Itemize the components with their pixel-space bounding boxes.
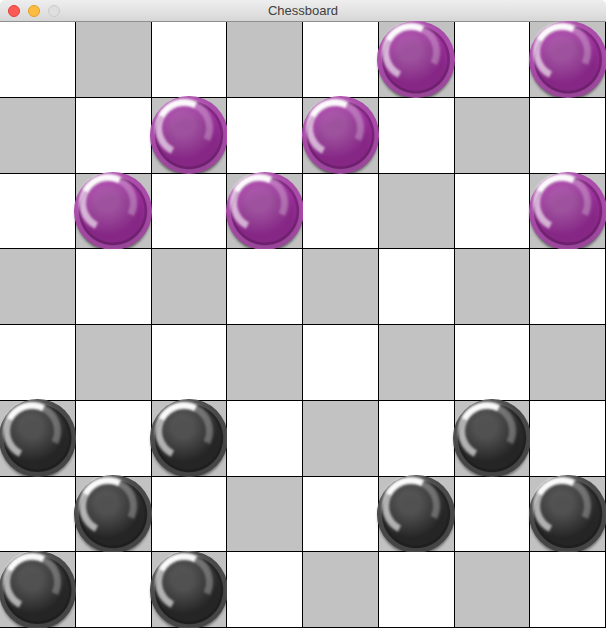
board-square[interactable] — [455, 249, 530, 324]
checker-piece-purple[interactable] — [529, 21, 606, 99]
checker-piece-black[interactable] — [150, 551, 228, 628]
board-square[interactable] — [379, 552, 454, 627]
board-square[interactable] — [379, 174, 454, 249]
board-square[interactable] — [455, 552, 530, 627]
board-square[interactable] — [0, 552, 75, 627]
board-square[interactable] — [227, 249, 302, 324]
board-square[interactable] — [76, 98, 151, 173]
board-square[interactable] — [455, 174, 530, 249]
board-square[interactable] — [530, 325, 605, 400]
checkers-board — [0, 22, 606, 628]
board-square[interactable] — [455, 22, 530, 97]
board-square[interactable] — [530, 401, 605, 476]
board-square[interactable] — [379, 477, 454, 552]
board-square[interactable] — [303, 98, 378, 173]
board-square[interactable] — [152, 249, 227, 324]
checker-piece-black[interactable] — [529, 475, 606, 553]
board-square[interactable] — [76, 477, 151, 552]
board-square[interactable] — [0, 401, 75, 476]
board-square[interactable] — [76, 325, 151, 400]
board-square[interactable] — [152, 552, 227, 627]
board-square[interactable] — [379, 249, 454, 324]
board-square[interactable] — [76, 174, 151, 249]
board-square[interactable] — [303, 401, 378, 476]
board-square[interactable] — [530, 174, 605, 249]
checker-piece-black[interactable] — [74, 475, 152, 553]
board-square[interactable] — [303, 174, 378, 249]
close-button[interactable] — [8, 5, 20, 17]
board-square[interactable] — [455, 401, 530, 476]
board-square[interactable] — [227, 477, 302, 552]
board-square[interactable] — [0, 98, 75, 173]
board-square[interactable] — [303, 325, 378, 400]
board-square[interactable] — [152, 401, 227, 476]
checker-piece-black[interactable] — [377, 475, 455, 553]
board-square[interactable] — [379, 401, 454, 476]
board-square[interactable] — [76, 249, 151, 324]
board-square[interactable] — [303, 552, 378, 627]
board-square[interactable] — [0, 477, 75, 552]
board-square[interactable] — [76, 22, 151, 97]
board-square[interactable] — [0, 249, 75, 324]
board-square[interactable] — [227, 401, 302, 476]
board-square[interactable] — [530, 249, 605, 324]
board-square[interactable] — [455, 98, 530, 173]
board-square[interactable] — [227, 552, 302, 627]
board-square[interactable] — [0, 325, 75, 400]
board-square[interactable] — [76, 401, 151, 476]
board-square[interactable] — [227, 325, 302, 400]
board-square[interactable] — [303, 22, 378, 97]
checker-piece-purple[interactable] — [529, 172, 606, 250]
board-square[interactable] — [227, 98, 302, 173]
board-square[interactable] — [76, 552, 151, 627]
checker-piece-purple[interactable] — [377, 21, 455, 99]
board-square[interactable] — [455, 477, 530, 552]
checker-piece-purple[interactable] — [302, 96, 380, 174]
board-square[interactable] — [152, 325, 227, 400]
window-controls — [8, 0, 60, 21]
checker-piece-purple[interactable] — [226, 172, 304, 250]
minimize-button[interactable] — [28, 5, 40, 17]
window-titlebar[interactable]: Chessboard — [0, 0, 606, 22]
board-square[interactable] — [455, 325, 530, 400]
board-square[interactable] — [152, 174, 227, 249]
board-square[interactable] — [379, 98, 454, 173]
board-square[interactable] — [152, 22, 227, 97]
checker-piece-black[interactable] — [150, 399, 228, 477]
checker-piece-black[interactable] — [0, 551, 76, 628]
board-square[interactable] — [227, 22, 302, 97]
board-square[interactable] — [303, 477, 378, 552]
checker-piece-purple[interactable] — [74, 172, 152, 250]
board-square[interactable] — [530, 477, 605, 552]
app-window: Chessboard — [0, 0, 606, 628]
checker-piece-purple[interactable] — [150, 96, 228, 174]
board-square[interactable] — [303, 249, 378, 324]
board-square[interactable] — [152, 98, 227, 173]
checker-piece-black[interactable] — [453, 399, 531, 477]
board-square[interactable] — [530, 22, 605, 97]
board-square[interactable] — [379, 325, 454, 400]
board-square[interactable] — [530, 552, 605, 627]
board-square[interactable] — [152, 477, 227, 552]
window-title: Chessboard — [0, 0, 606, 21]
checker-piece-black[interactable] — [0, 399, 76, 477]
board-square[interactable] — [379, 22, 454, 97]
board-square[interactable] — [0, 22, 75, 97]
board-square[interactable] — [227, 174, 302, 249]
zoom-button[interactable] — [48, 5, 60, 17]
board-square[interactable] — [0, 174, 75, 249]
board-square[interactable] — [530, 98, 605, 173]
